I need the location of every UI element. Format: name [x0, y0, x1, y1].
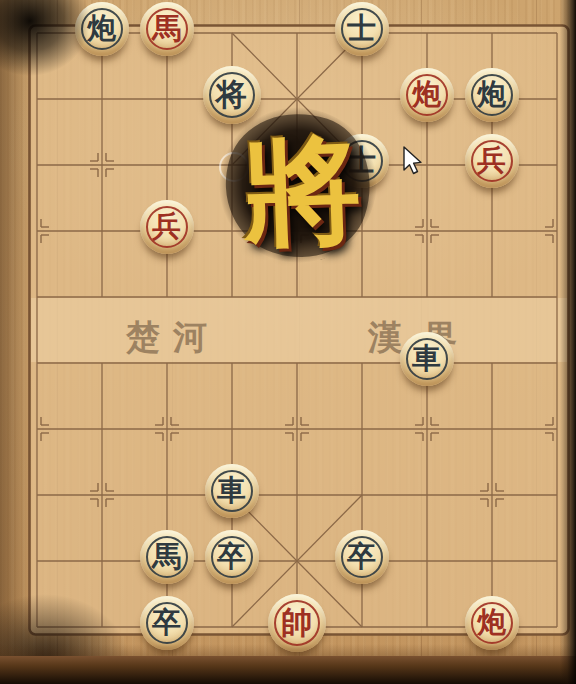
piece-black-炮[interactable]: 炮: [465, 68, 519, 122]
piece-glyph: 馬: [152, 542, 181, 571]
piece-black-将[interactable]: 将: [203, 66, 261, 124]
piece-black-炮[interactable]: 炮: [75, 2, 129, 56]
piece-glyph: 将: [216, 79, 247, 110]
piece-black-車[interactable]: 車: [205, 464, 259, 518]
piece-glyph: 車: [217, 476, 246, 505]
piece-black-馬[interactable]: 馬: [140, 530, 194, 584]
piece-red-炮[interactable]: 炮: [400, 68, 454, 122]
piece-black-卒[interactable]: 卒: [140, 596, 194, 650]
piece-glyph: 卒: [347, 542, 376, 571]
piece-black-士[interactable]: 士: [335, 134, 389, 188]
piece-glyph: 兵: [152, 212, 181, 241]
piece-black-士[interactable]: 士: [335, 2, 389, 56]
piece-black-卒[interactable]: 卒: [335, 530, 389, 584]
piece-glyph: 卒: [152, 608, 181, 637]
piece-red-兵[interactable]: 兵: [465, 134, 519, 188]
piece-red-馬[interactable]: 馬: [140, 2, 194, 56]
piece-glyph: 車: [412, 344, 441, 373]
piece-black-車[interactable]: 車: [400, 332, 454, 386]
piece-glyph: 兵: [477, 146, 506, 175]
move-highlight-ring: [219, 152, 249, 182]
piece-glyph: 卒: [217, 542, 246, 571]
mouse-cursor: [403, 146, 425, 176]
piece-red-兵[interactable]: 兵: [140, 200, 194, 254]
piece-glyph: 馬: [152, 14, 181, 43]
piece-glyph: 炮: [412, 80, 441, 109]
piece-black-卒[interactable]: 卒: [205, 530, 259, 584]
piece-glyph: 炮: [477, 608, 506, 637]
piece-glyph: 士: [347, 146, 376, 175]
piece-glyph: 帥: [281, 607, 312, 638]
piece-layer: 炮馬士将炮炮士兵兵車車馬卒卒卒帥炮: [4, 0, 576, 660]
piece-red-炮[interactable]: 炮: [465, 596, 519, 650]
piece-red-帥[interactable]: 帥: [268, 594, 326, 652]
piece-glyph: 炮: [87, 14, 116, 43]
piece-glyph: 炮: [477, 80, 506, 109]
piece-glyph: 士: [347, 14, 376, 43]
xiangqi-app: 楚河 漢界 炮馬士将炮炮士兵兵車車馬卒卒卒帥炮 將: [0, 0, 576, 684]
